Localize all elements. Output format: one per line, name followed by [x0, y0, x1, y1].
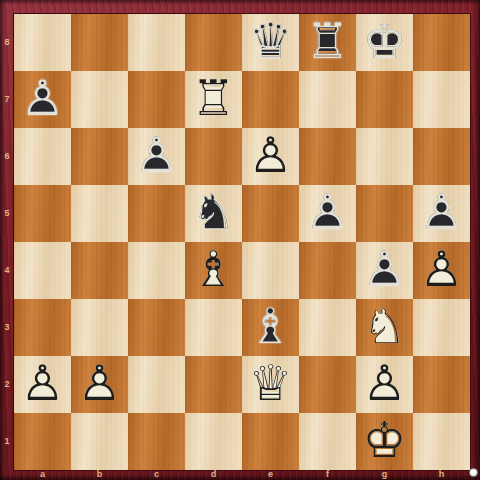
square-c4[interactable] [128, 242, 185, 299]
square-e8[interactable]: ♛♕ [242, 14, 299, 71]
piece-outline: ♙ [71, 356, 128, 413]
square-b2[interactable]: ♟♙ [71, 356, 128, 413]
square-h1[interactable] [413, 413, 470, 470]
square-h5[interactable]: ♟♙ [413, 185, 470, 242]
square-e7[interactable] [242, 71, 299, 128]
rank-label-5: 5 [0, 185, 14, 242]
rank-label-6: 6 [0, 128, 14, 185]
square-a2[interactable]: ♟♙ [14, 356, 71, 413]
black-bishop[interactable]: ♝♗ [242, 299, 299, 356]
square-c6[interactable]: ♟♙ [128, 128, 185, 185]
square-h7[interactable] [413, 71, 470, 128]
piece-outline: ♙ [14, 71, 71, 128]
file-label-h: h [413, 468, 470, 480]
white-knight[interactable]: ♞♘ [356, 299, 413, 356]
square-d7[interactable]: ♜♖ [185, 71, 242, 128]
square-g2[interactable]: ♟♙ [356, 356, 413, 413]
white-pawn[interactable]: ♟♙ [356, 356, 413, 413]
piece-outline: ♗ [185, 242, 242, 299]
square-d2[interactable] [185, 356, 242, 413]
square-f1[interactable] [299, 413, 356, 470]
square-d3[interactable] [185, 299, 242, 356]
square-c7[interactable] [128, 71, 185, 128]
square-f7[interactable] [299, 71, 356, 128]
square-c5[interactable] [128, 185, 185, 242]
rank-label-1: 1 [0, 413, 14, 470]
square-a6[interactable] [14, 128, 71, 185]
black-pawn[interactable]: ♟♙ [14, 71, 71, 128]
square-e3[interactable]: ♝♗ [242, 299, 299, 356]
square-g4[interactable]: ♟♙ [356, 242, 413, 299]
white-pawn[interactable]: ♟♙ [242, 128, 299, 185]
square-b3[interactable] [71, 299, 128, 356]
piece-outline: ♔ [356, 14, 413, 71]
piece-outline: ♙ [299, 185, 356, 242]
rank-label-4: 4 [0, 242, 14, 299]
square-a4[interactable] [14, 242, 71, 299]
white-bishop[interactable]: ♝♗ [185, 242, 242, 299]
rank-label-2: 2 [0, 356, 14, 413]
square-e5[interactable] [242, 185, 299, 242]
black-pawn[interactable]: ♟♙ [128, 128, 185, 185]
square-g1[interactable]: ♚♔ [356, 413, 413, 470]
file-label-g: g [356, 468, 413, 480]
square-g6[interactable] [356, 128, 413, 185]
piece-outline: ♙ [356, 242, 413, 299]
square-g8[interactable]: ♚♔ [356, 14, 413, 71]
piece-outline: ♖ [299, 14, 356, 71]
square-b4[interactable] [71, 242, 128, 299]
square-c3[interactable] [128, 299, 185, 356]
square-g5[interactable] [356, 185, 413, 242]
piece-outline: ♙ [128, 128, 185, 185]
white-pawn[interactable]: ♟♙ [413, 242, 470, 299]
square-e2[interactable]: ♛♕ [242, 356, 299, 413]
piece-outline: ♙ [356, 356, 413, 413]
square-f8[interactable]: ♜♖ [299, 14, 356, 71]
rank-label-8: 8 [0, 14, 14, 71]
square-e1[interactable] [242, 413, 299, 470]
black-knight[interactable]: ♞♘ [185, 185, 242, 242]
square-b8[interactable] [71, 14, 128, 71]
square-a8[interactable] [14, 14, 71, 71]
file-label-a: a [14, 468, 71, 480]
square-h8[interactable] [413, 14, 470, 71]
square-h4[interactable]: ♟♙ [413, 242, 470, 299]
file-label-d: d [185, 468, 242, 480]
square-a1[interactable] [14, 413, 71, 470]
square-d1[interactable] [185, 413, 242, 470]
black-pawn[interactable]: ♟♙ [413, 185, 470, 242]
rank-label-3: 3 [0, 299, 14, 356]
white-pawn[interactable]: ♟♙ [14, 356, 71, 413]
piece-outline: ♖ [185, 71, 242, 128]
square-c1[interactable] [128, 413, 185, 470]
black-pawn[interactable]: ♟♙ [356, 242, 413, 299]
square-f6[interactable] [299, 128, 356, 185]
square-b7[interactable] [71, 71, 128, 128]
piece-outline: ♕ [242, 356, 299, 413]
piece-outline: ♔ [356, 413, 413, 470]
square-f3[interactable] [299, 299, 356, 356]
piece-outline: ♘ [356, 299, 413, 356]
square-h3[interactable] [413, 299, 470, 356]
square-c8[interactable] [128, 14, 185, 71]
square-d5[interactable]: ♞♘ [185, 185, 242, 242]
chess-diagram: ♛♕♜♖♚♔♟♙♜♖♟♙♟♙♞♘♟♙♟♙♝♗♟♙♟♙♝♗♞♘♟♙♟♙♛♕♟♙♚♔… [0, 0, 480, 480]
white-pawn[interactable]: ♟♙ [71, 356, 128, 413]
file-label-b: b [71, 468, 128, 480]
square-d8[interactable] [185, 14, 242, 71]
piece-outline: ♕ [242, 14, 299, 71]
piece-outline: ♙ [413, 242, 470, 299]
square-d6[interactable] [185, 128, 242, 185]
square-c2[interactable] [128, 356, 185, 413]
piece-outline: ♙ [413, 185, 470, 242]
file-label-f: f [299, 468, 356, 480]
piece-outline: ♙ [14, 356, 71, 413]
square-a7[interactable]: ♟♙ [14, 71, 71, 128]
piece-outline: ♗ [242, 299, 299, 356]
square-g3[interactable]: ♞♘ [356, 299, 413, 356]
square-e4[interactable] [242, 242, 299, 299]
chess-board: ♛♕♜♖♚♔♟♙♜♖♟♙♟♙♞♘♟♙♟♙♝♗♟♙♟♙♝♗♞♘♟♙♟♙♛♕♟♙♚♔ [14, 14, 470, 470]
square-g7[interactable] [356, 71, 413, 128]
square-f4[interactable] [299, 242, 356, 299]
rank-label-7: 7 [0, 71, 14, 128]
square-b1[interactable] [71, 413, 128, 470]
file-label-c: c [128, 468, 185, 480]
black-queen[interactable]: ♛♕ [242, 14, 299, 71]
piece-outline: ♙ [242, 128, 299, 185]
square-a5[interactable] [14, 185, 71, 242]
black-king[interactable]: ♚♔ [356, 14, 413, 71]
white-rook[interactable]: ♜♖ [185, 71, 242, 128]
square-b5[interactable] [71, 185, 128, 242]
white-queen[interactable]: ♛♕ [242, 356, 299, 413]
square-h2[interactable] [413, 356, 470, 413]
square-h6[interactable] [413, 128, 470, 185]
square-b6[interactable] [71, 128, 128, 185]
piece-outline: ♘ [185, 185, 242, 242]
square-d4[interactable]: ♝♗ [185, 242, 242, 299]
square-f5[interactable]: ♟♙ [299, 185, 356, 242]
square-a3[interactable] [14, 299, 71, 356]
square-f2[interactable] [299, 356, 356, 413]
white-king[interactable]: ♚♔ [356, 413, 413, 470]
square-e6[interactable]: ♟♙ [242, 128, 299, 185]
white-to-move-indicator [469, 468, 478, 477]
file-label-e: e [242, 468, 299, 480]
black-rook[interactable]: ♜♖ [299, 14, 356, 71]
black-pawn[interactable]: ♟♙ [299, 185, 356, 242]
